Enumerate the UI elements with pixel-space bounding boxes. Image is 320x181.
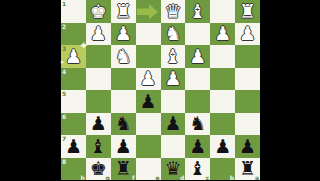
square-h5[interactable]: 5: [61, 90, 86, 113]
piece-black-pawn-d6[interactable]: ♟: [161, 113, 186, 136]
square-c7[interactable]: ♟: [185, 135, 210, 158]
square-h6[interactable]: 6: [61, 113, 86, 136]
square-f5[interactable]: [111, 90, 136, 113]
square-d3[interactable]: ♝: [161, 45, 186, 68]
piece-white-pawn-b2[interactable]: ♟: [210, 23, 235, 46]
file-label-f: f: [132, 174, 135, 180]
square-a8[interactable]: a♜: [235, 158, 260, 181]
square-d7[interactable]: [161, 135, 186, 158]
square-e3[interactable]: [136, 45, 161, 68]
square-b1[interactable]: [210, 0, 235, 23]
square-a2[interactable]: ♟: [235, 23, 260, 46]
square-a1[interactable]: ♜: [235, 0, 260, 23]
piece-white-king-g1[interactable]: ♚: [86, 0, 111, 23]
rank-label-1: 1: [62, 0, 66, 7]
rank-label-8: 8: [62, 158, 66, 165]
square-c5[interactable]: [185, 90, 210, 113]
square-d5[interactable]: [161, 90, 186, 113]
square-d1[interactable]: ♛: [161, 0, 186, 23]
piece-white-pawn-c3[interactable]: ♟: [185, 45, 210, 68]
piece-white-rook-a1[interactable]: ♜: [235, 0, 260, 23]
piece-black-pawn-a7[interactable]: ♟: [235, 135, 260, 158]
square-g2[interactable]: ♟: [86, 23, 111, 46]
square-g5[interactable]: [86, 90, 111, 113]
piece-white-pawn-g2[interactable]: ♟: [86, 23, 111, 46]
file-label-g: g: [105, 174, 109, 180]
piece-white-rook-f1[interactable]: ♜: [111, 0, 136, 23]
square-e7[interactable]: [136, 135, 161, 158]
piece-black-pawn-f7[interactable]: ♟: [111, 135, 136, 158]
piece-black-pawn-e5[interactable]: ♟: [136, 90, 161, 113]
chess-board[interactable]: 1♚♜♛♝♜2♟♟♞♟♟3♟♞♝♟4♟♟5♟6♟♞♟♞7♟♝♟♟♟♟8hg♚f♜…: [61, 0, 260, 180]
square-e5[interactable]: ♟: [136, 90, 161, 113]
square-h1[interactable]: 1: [61, 0, 86, 23]
square-g6[interactable]: ♟: [86, 113, 111, 136]
square-h7[interactable]: 7♟: [61, 135, 86, 158]
square-e6[interactable]: [136, 113, 161, 136]
square-c8[interactable]: c♝: [185, 158, 210, 181]
file-label-h: h: [81, 174, 85, 180]
square-c1[interactable]: ♝: [185, 0, 210, 23]
square-f2[interactable]: ♟: [111, 23, 136, 46]
square-h8[interactable]: 8h: [61, 158, 86, 181]
piece-white-pawn-a2[interactable]: ♟: [235, 23, 260, 46]
square-f6[interactable]: ♞: [111, 113, 136, 136]
square-f7[interactable]: ♟: [111, 135, 136, 158]
square-a4[interactable]: [235, 68, 260, 91]
file-label-c: c: [206, 174, 210, 180]
sparkle-icon-large: ✦: [80, 41, 88, 51]
piece-white-knight-f3[interactable]: ♞: [111, 45, 136, 68]
square-c3[interactable]: ♟: [185, 45, 210, 68]
square-e8[interactable]: e: [136, 158, 161, 181]
square-f8[interactable]: f♜: [111, 158, 136, 181]
square-a5[interactable]: [235, 90, 260, 113]
piece-white-pawn-f2[interactable]: ♟: [111, 23, 136, 46]
rank-label-4: 4: [62, 68, 66, 75]
piece-white-queen-d1[interactable]: ♛: [161, 0, 186, 23]
piece-white-pawn-e4[interactable]: ♟: [136, 68, 161, 91]
rank-label-7: 7: [62, 135, 66, 142]
square-c6[interactable]: ♞: [185, 113, 210, 136]
square-g1[interactable]: ♚: [86, 0, 111, 23]
file-label-e: e: [155, 174, 159, 180]
piece-black-knight-c6[interactable]: ♞: [185, 113, 210, 136]
square-d6[interactable]: ♟: [161, 113, 186, 136]
piece-white-pawn-d4[interactable]: ♟: [161, 68, 186, 91]
rank-label-5: 5: [62, 90, 66, 97]
square-d2[interactable]: ♞: [161, 23, 186, 46]
hint-arrow-right-icon: [137, 2, 160, 22]
square-a6[interactable]: [235, 113, 260, 136]
square-e2[interactable]: [136, 23, 161, 46]
piece-black-pawn-c7[interactable]: ♟: [185, 135, 210, 158]
square-d8[interactable]: d♛: [161, 158, 186, 181]
square-b6[interactable]: [210, 113, 235, 136]
file-label-b: b: [230, 174, 234, 180]
square-f1[interactable]: ♜: [111, 0, 136, 23]
sparkle-icon-small: ✦: [60, 60, 64, 65]
piece-black-knight-f6[interactable]: ♞: [111, 113, 136, 136]
square-d4[interactable]: ♟: [161, 68, 186, 91]
square-b4[interactable]: [210, 68, 235, 91]
square-b8[interactable]: b: [210, 158, 235, 181]
square-g7[interactable]: ♝: [86, 135, 111, 158]
file-label-a: a: [255, 174, 259, 180]
square-e4[interactable]: ♟: [136, 68, 161, 91]
square-h4[interactable]: 4: [61, 68, 86, 91]
square-g4[interactable]: [86, 68, 111, 91]
rank-label-3: 3: [62, 45, 66, 52]
square-a3[interactable]: [235, 45, 260, 68]
piece-white-bishop-d3[interactable]: ♝: [161, 45, 186, 68]
square-c4[interactable]: [185, 68, 210, 91]
piece-black-bishop-g7[interactable]: ♝: [86, 135, 111, 158]
piece-white-knight-d2[interactable]: ♞: [161, 23, 186, 46]
square-g3[interactable]: [86, 45, 111, 68]
screenshot-canvas: 1♚♜♛♝♜2♟♟♞♟♟3♟♞♝♟4♟♟5♟6♟♞♟♞7♟♝♟♟♟♟8hg♚f♜…: [0, 0, 320, 180]
left-letterbox-bar: [0, 0, 61, 180]
square-a7[interactable]: ♟: [235, 135, 260, 158]
square-b5[interactable]: [210, 90, 235, 113]
piece-black-pawn-g6[interactable]: ♟: [86, 113, 111, 136]
square-b7[interactable]: ♟: [210, 135, 235, 158]
rank-label-2: 2: [62, 23, 66, 30]
square-f4[interactable]: [111, 68, 136, 91]
square-c2[interactable]: [185, 23, 210, 46]
piece-black-pawn-b7[interactable]: ♟: [210, 135, 235, 158]
square-b2[interactable]: ♟: [210, 23, 235, 46]
square-f3[interactable]: ♞: [111, 45, 136, 68]
rank-label-6: 6: [62, 113, 66, 120]
piece-white-bishop-c1[interactable]: ♝: [185, 0, 210, 23]
right-letterbox-bar: [260, 0, 320, 180]
square-g8[interactable]: g♚: [86, 158, 111, 181]
square-b3[interactable]: [210, 45, 235, 68]
file-label-d: d: [180, 174, 184, 180]
